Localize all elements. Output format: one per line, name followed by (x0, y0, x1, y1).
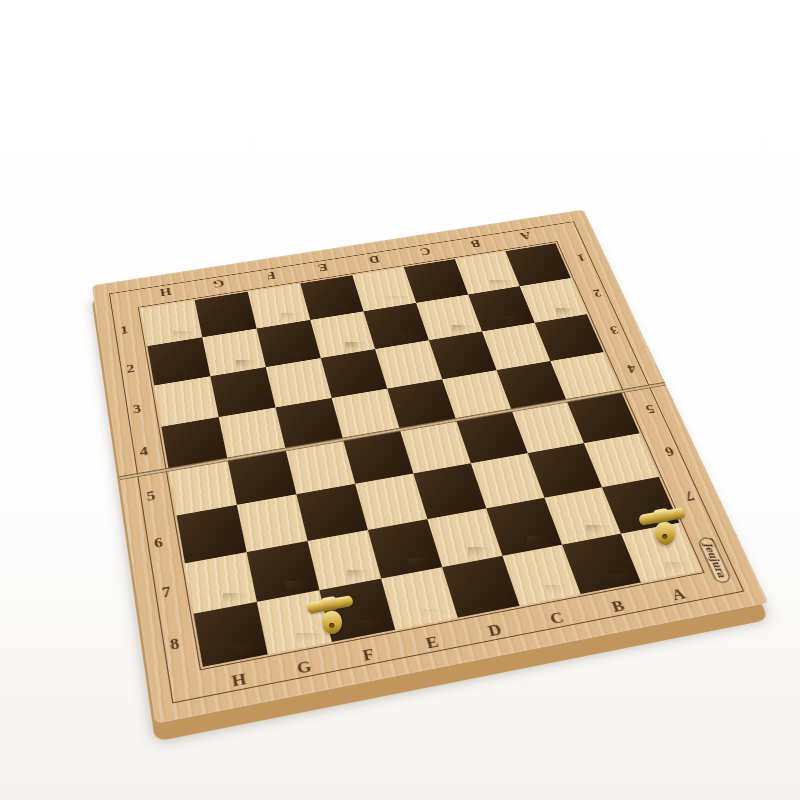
board-square[interactable] (286, 440, 356, 494)
file-label-near: G (295, 658, 313, 678)
board-square[interactable] (228, 450, 297, 505)
file-label-near: B (609, 598, 626, 616)
file-label-near: A (669, 586, 688, 604)
file-label-near: F (361, 646, 376, 665)
scene: H G F E D C B A H G F E D C B A 1 2 3 4 (0, 0, 800, 800)
file-label-near: E (424, 633, 440, 652)
board-square[interactable] (161, 417, 227, 470)
file-label-near: C (548, 609, 566, 628)
rank-label-left: 5 (146, 489, 157, 505)
rank-label-left: 6 (153, 535, 164, 551)
rank-label-left: 8 (169, 635, 181, 653)
chess-board-case: H G F E D C B A H G F E D C B A 1 2 3 4 (92, 210, 769, 725)
board-square[interactable] (169, 460, 237, 516)
rank-label-left: 4 (139, 444, 149, 459)
file-label-near: H (230, 671, 247, 691)
piece-glyph: ♜ (191, 560, 273, 652)
rank-label-left: 7 (161, 584, 172, 601)
file-label-far: H (159, 285, 173, 298)
photo-canvas: H G F E D C B A H G F E D C B A 1 2 3 4 (0, 0, 800, 800)
board-square[interactable] (219, 407, 286, 459)
rank-label-right: 8 (703, 534, 718, 550)
file-label-near: D (486, 621, 504, 640)
board-square[interactable] (343, 430, 413, 484)
rank-label-left: 1 (120, 324, 129, 337)
file-label-far: G (212, 277, 226, 290)
